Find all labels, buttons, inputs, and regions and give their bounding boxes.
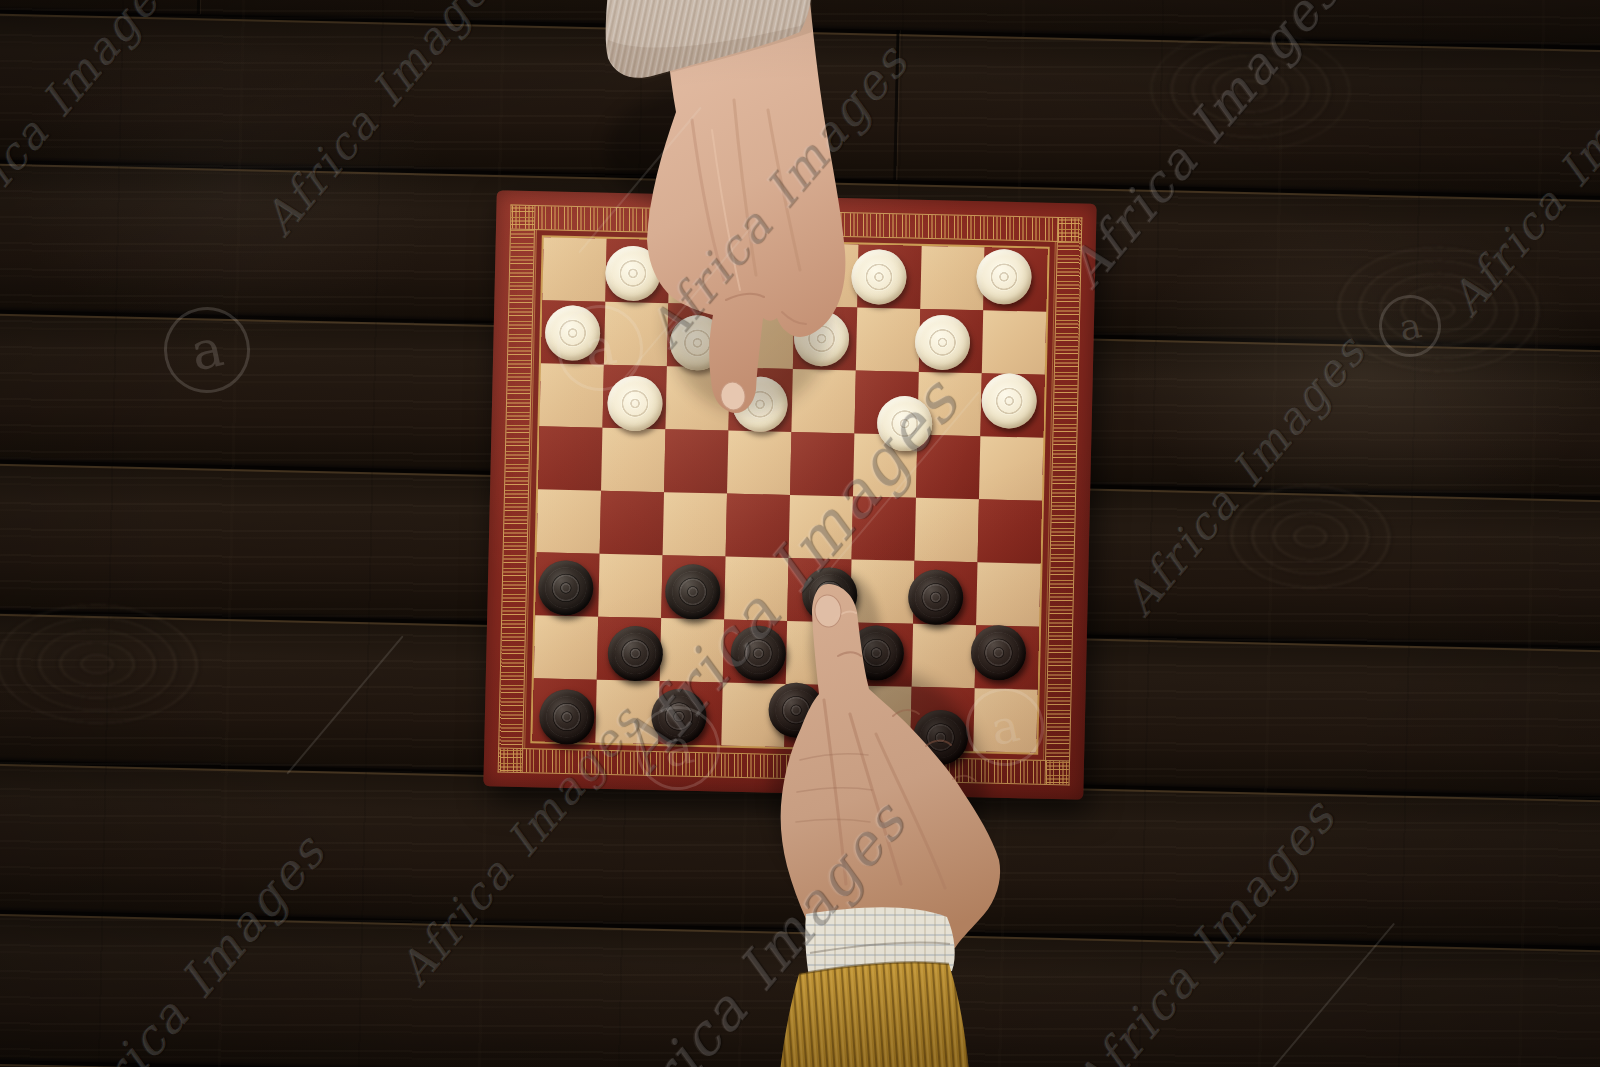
square-a8[interactable]: [542, 237, 606, 301]
square-b5[interactable]: [601, 428, 665, 492]
square-c5[interactable]: [664, 429, 728, 493]
square-d7[interactable]: [730, 305, 794, 369]
square-f3[interactable]: [850, 559, 914, 623]
square-b4[interactable]: [600, 491, 664, 555]
square-a2[interactable]: [534, 615, 598, 679]
square-f7[interactable]: [856, 307, 920, 371]
wood-knot: [1224, 480, 1396, 594]
square-a5[interactable]: [538, 426, 602, 490]
square-e4[interactable]: [789, 495, 853, 559]
square-c4[interactable]: [663, 492, 727, 556]
square-h4[interactable]: [978, 499, 1042, 563]
square-e5[interactable]: [790, 432, 854, 496]
wood-sheen: [0, 12, 472, 363]
gold-ornament-border-top: [510, 205, 1082, 243]
square-g5[interactable]: [916, 435, 980, 499]
gold-ornament-border-bottom: [498, 747, 1070, 785]
plank-joint: [893, 30, 899, 180]
square-c6[interactable]: [665, 366, 729, 430]
square-e2[interactable]: [786, 621, 850, 685]
square-h3[interactable]: [976, 562, 1040, 626]
square-e6[interactable]: [791, 369, 855, 433]
square-g8[interactable]: [920, 246, 984, 310]
square-b1[interactable]: [595, 680, 659, 744]
square-g4[interactable]: [915, 498, 979, 562]
gold-ornament-border-right: [1044, 217, 1082, 785]
playing-area: [532, 237, 1047, 752]
gold-ornament-border-left: [498, 205, 536, 773]
wood-knot: [1149, 28, 1352, 153]
plank-joint: [197, 0, 203, 14]
square-b7[interactable]: [604, 302, 668, 366]
square-e8[interactable]: [794, 243, 858, 307]
square-c8[interactable]: [668, 240, 732, 304]
square-c2[interactable]: [660, 618, 724, 682]
square-g2[interactable]: [912, 624, 976, 688]
square-b3[interactable]: [598, 554, 662, 618]
square-f4[interactable]: [852, 496, 916, 560]
wood-knot: [1332, 242, 1545, 377]
photo-scene: Africa Images Africa Images Africa Image…: [0, 0, 1600, 1067]
square-d3[interactable]: [724, 557, 788, 621]
square-h1[interactable]: [973, 688, 1037, 752]
checkers-board: [483, 190, 1096, 799]
piece-black-g1[interactable]: [912, 709, 968, 765]
square-d5[interactable]: [727, 431, 791, 495]
square-h7[interactable]: [982, 310, 1046, 374]
wood-knot: [0, 597, 208, 732]
square-f1[interactable]: [847, 685, 911, 749]
square-h5[interactable]: [979, 436, 1043, 500]
square-a4[interactable]: [537, 489, 601, 553]
square-d4[interactable]: [726, 494, 790, 558]
square-a6[interactable]: [539, 363, 603, 427]
